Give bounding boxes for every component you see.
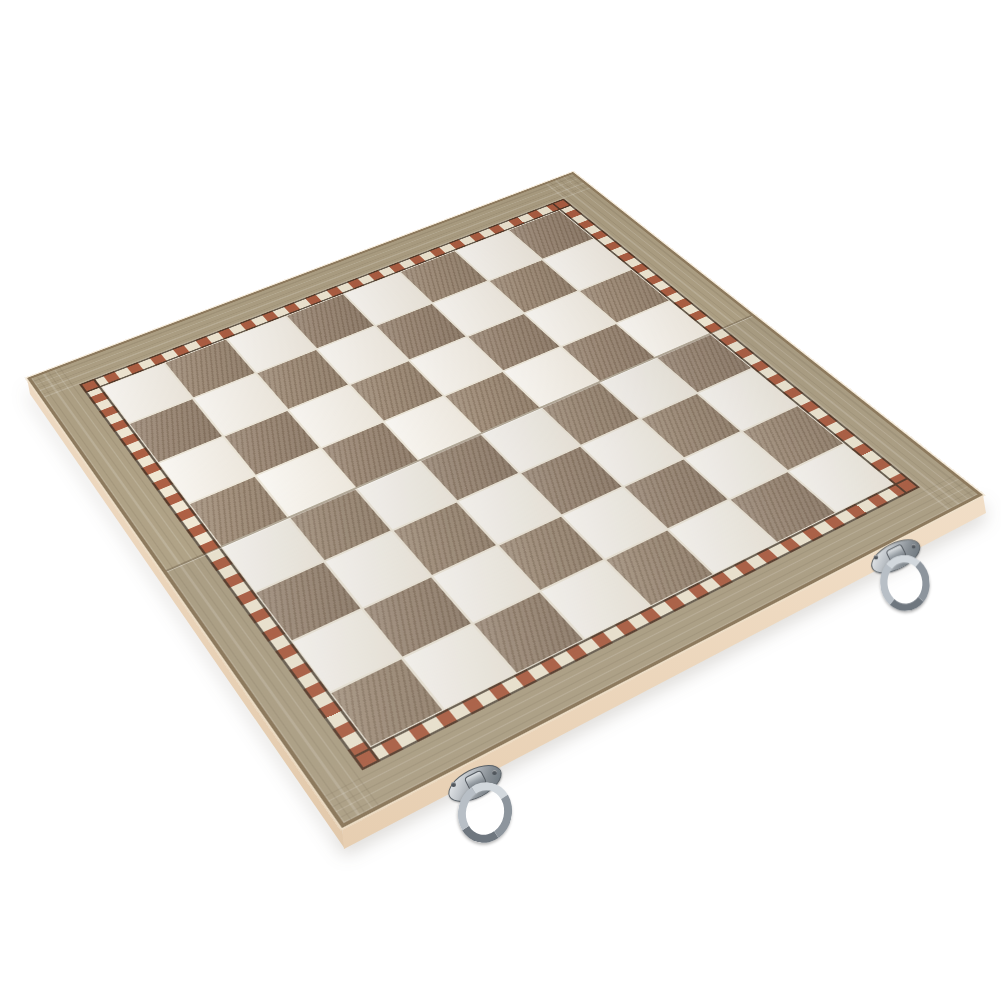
latch-clasp-right [858, 532, 941, 619]
latch-screw-icon [874, 555, 879, 560]
latch-clasp-bottom [434, 757, 524, 852]
latch-screw-icon [911, 544, 916, 549]
latch-screw-icon [492, 770, 497, 775]
product-photo-stage [0, 0, 1001, 1001]
latch-screw-icon [451, 782, 456, 787]
